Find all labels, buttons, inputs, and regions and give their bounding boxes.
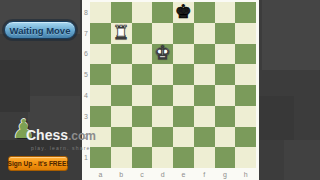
logo-chess-text: Chess (26, 127, 68, 143)
rank-label-4: 4 (82, 85, 90, 106)
square-b2[interactable] (111, 127, 132, 148)
square-b3[interactable] (111, 106, 132, 127)
square-c6[interactable] (132, 44, 153, 65)
file-label-d: d (152, 168, 173, 180)
square-h8[interactable] (235, 2, 256, 23)
square-h3[interactable] (235, 106, 256, 127)
square-h5[interactable] (235, 64, 256, 85)
square-d3[interactable] (152, 106, 173, 127)
square-h2[interactable] (235, 127, 256, 148)
file-label-h: h (235, 168, 256, 180)
square-a8[interactable] (90, 2, 111, 23)
file-label-b: b (111, 168, 132, 180)
signup-button-label: Sign Up - it's FREE! (8, 160, 69, 167)
square-g3[interactable] (215, 106, 236, 127)
square-b7[interactable]: ♜ (111, 23, 132, 44)
square-e3[interactable] (173, 106, 194, 127)
square-d2[interactable] (152, 127, 173, 148)
logo-tld-text: .com (68, 129, 96, 143)
square-a6[interactable] (90, 44, 111, 65)
file-label-g: g (215, 168, 236, 180)
square-f7[interactable] (194, 23, 215, 44)
square-c2[interactable] (132, 127, 153, 148)
square-e8[interactable]: ♚ (173, 2, 194, 23)
square-d7[interactable] (152, 23, 173, 44)
square-e5[interactable] (173, 64, 194, 85)
square-c7[interactable] (132, 23, 153, 44)
status-badge: Waiting Move (4, 21, 76, 39)
square-c8[interactable] (132, 2, 153, 23)
square-d1[interactable] (152, 147, 173, 168)
square-g4[interactable] (215, 85, 236, 106)
square-f3[interactable] (194, 106, 215, 127)
board: ♚♜♚ (90, 2, 256, 168)
square-c3[interactable] (132, 106, 153, 127)
square-e2[interactable] (173, 127, 194, 148)
square-f8[interactable] (194, 2, 215, 23)
square-h6[interactable] (235, 44, 256, 65)
file-label-a: a (90, 168, 111, 180)
file-labels: abcdefgh (90, 168, 256, 180)
square-g7[interactable] (215, 23, 236, 44)
square-c4[interactable] (132, 85, 153, 106)
square-d6[interactable]: ♚ (152, 44, 173, 65)
signup-button[interactable]: Sign Up - it's FREE! (8, 156, 68, 171)
white-rook-b7[interactable]: ♜ (113, 23, 130, 42)
square-b8[interactable] (111, 2, 132, 23)
square-f5[interactable] (194, 64, 215, 85)
file-label-f: f (194, 168, 215, 180)
square-a4[interactable] (90, 85, 111, 106)
square-f6[interactable] (194, 44, 215, 65)
square-c1[interactable] (132, 147, 153, 168)
square-g8[interactable] (215, 2, 236, 23)
square-a7[interactable] (90, 23, 111, 44)
rank-label-6: 6 (82, 44, 90, 65)
square-d5[interactable] (152, 64, 173, 85)
square-f1[interactable] (194, 147, 215, 168)
logo-text: Chess.com (26, 126, 96, 144)
status-badge-label: Waiting Move (10, 25, 71, 36)
video-frame: 87654321 ♚♜♚ abcdefgh Waiting Move ♟ Che… (0, 0, 320, 180)
square-f4[interactable] (194, 85, 215, 106)
logo-tagline: play. learn. share. (31, 145, 93, 151)
square-h1[interactable] (235, 147, 256, 168)
square-f2[interactable] (194, 127, 215, 148)
square-h7[interactable] (235, 23, 256, 44)
square-e4[interactable] (173, 85, 194, 106)
square-g6[interactable] (215, 44, 236, 65)
square-e7[interactable] (173, 23, 194, 44)
square-a3[interactable] (90, 106, 111, 127)
rank-label-5: 5 (82, 64, 90, 85)
square-g1[interactable] (215, 147, 236, 168)
square-c5[interactable] (132, 64, 153, 85)
square-h4[interactable] (235, 85, 256, 106)
square-e1[interactable] (173, 147, 194, 168)
square-a5[interactable] (90, 64, 111, 85)
square-d8[interactable] (152, 2, 173, 23)
square-e6[interactable] (173, 44, 194, 65)
square-b5[interactable] (111, 64, 132, 85)
chess-board-panel: 87654321 ♚♜♚ abcdefgh (82, 0, 259, 180)
white-king-d6[interactable]: ♚ (154, 44, 171, 63)
file-label-e: e (173, 168, 194, 180)
black-king-e8[interactable]: ♚ (175, 2, 192, 21)
rank-label-8: 8 (82, 2, 90, 23)
square-g5[interactable] (215, 64, 236, 85)
square-b4[interactable] (111, 85, 132, 106)
file-label-c: c (132, 168, 153, 180)
square-b1[interactable] (111, 147, 132, 168)
square-d4[interactable] (152, 85, 173, 106)
rank-label-7: 7 (82, 23, 90, 44)
rank-label-3: 3 (82, 106, 90, 127)
square-g2[interactable] (215, 127, 236, 148)
square-b6[interactable] (111, 44, 132, 65)
chesscom-logo[interactable]: ♟ Chess.com play. learn. share. (10, 114, 80, 154)
